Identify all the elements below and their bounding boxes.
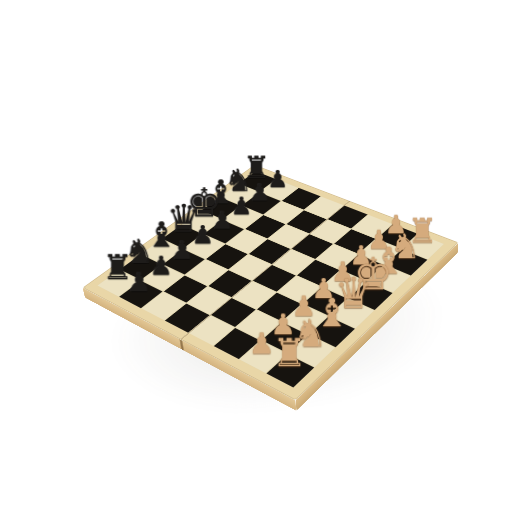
product-photo: ♜♟♟♜♞♟♟♞♝♟♟♝♚♟♟♚♛♟♟♛♝♟♟♝♞♟♟♞♜♟♟♜ — [0, 0, 523, 523]
piece-black-rook: ♜ — [243, 152, 270, 182]
square-a8: ♜ — [98, 270, 141, 297]
square-c8: ♝ — [141, 239, 182, 264]
